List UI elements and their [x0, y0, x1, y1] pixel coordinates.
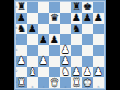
square-f5[interactable] — [71, 34, 82, 45]
square-f6[interactable]: ♞ — [71, 24, 82, 35]
square-b2[interactable]: ♝ — [27, 67, 38, 78]
square-g2[interactable]: ♟ — [82, 67, 93, 78]
black-pawn-piece: ♟ — [50, 35, 59, 45]
rank-coordinate-label: 7 — [16, 17, 18, 20]
white-pawn-piece: ♟ — [39, 56, 48, 66]
chess-board: ♜8♜♚♟7♛♟♟♟♞6♟♞5♟♟4♟♟3♟♟2♝♞♟♟♟♜1abc♛de♜f♚… — [16, 2, 104, 88]
square-a8[interactable]: ♜8 — [16, 2, 27, 13]
square-e4[interactable]: ♟ — [60, 45, 71, 56]
black-pawn-piece: ♟ — [72, 13, 81, 23]
black-king-piece: ♚ — [83, 2, 92, 12]
file-coordinate-label: h — [98, 86, 100, 89]
square-b5[interactable] — [27, 34, 38, 45]
black-pawn-piece: ♟ — [94, 13, 103, 23]
square-d4[interactable] — [49, 45, 60, 56]
square-d1[interactable]: ♛d — [49, 77, 60, 88]
white-pawn-piece: ♟ — [72, 67, 81, 77]
square-e1[interactable]: e — [60, 77, 71, 88]
square-e8[interactable] — [60, 2, 71, 13]
black-rook-piece: ♜ — [72, 2, 81, 12]
square-d3[interactable] — [49, 56, 60, 67]
black-rook-piece: ♜ — [17, 2, 26, 12]
square-d2[interactable] — [49, 67, 60, 78]
square-c6[interactable] — [38, 24, 49, 35]
black-pawn-piece: ♟ — [28, 24, 37, 34]
square-b7[interactable] — [27, 13, 38, 24]
square-g3[interactable] — [82, 56, 93, 67]
square-c1[interactable]: c — [38, 77, 49, 88]
square-h4[interactable] — [93, 45, 104, 56]
square-f8[interactable]: ♜ — [71, 2, 82, 13]
square-d6[interactable] — [49, 24, 60, 35]
rank-coordinate-label: 1 — [16, 81, 18, 84]
rank-coordinate-label: 2 — [16, 70, 18, 73]
square-a3[interactable]: ♟3 — [16, 56, 27, 67]
black-pawn-piece: ♟ — [39, 35, 48, 45]
square-a1[interactable]: ♜1a — [16, 77, 27, 88]
black-knight-piece: ♞ — [17, 24, 26, 34]
square-a4[interactable]: 4 — [16, 45, 27, 56]
square-a7[interactable]: ♟7 — [16, 13, 27, 24]
rank-coordinate-label: 3 — [16, 60, 18, 63]
file-coordinate-label: b — [32, 86, 34, 89]
square-h3[interactable] — [93, 56, 104, 67]
square-a5[interactable]: 5 — [16, 34, 27, 45]
square-h2[interactable]: ♟ — [93, 67, 104, 78]
square-b8[interactable] — [27, 2, 38, 13]
file-coordinate-label: g — [87, 86, 89, 89]
file-coordinate-label: e — [65, 86, 67, 89]
square-c5[interactable]: ♟ — [38, 34, 49, 45]
file-coordinate-label: a — [21, 86, 23, 89]
square-g5[interactable] — [82, 34, 93, 45]
board-margin-bottom — [15, 88, 105, 89]
square-c3[interactable]: ♟ — [38, 56, 49, 67]
square-a6[interactable]: ♞6 — [16, 24, 27, 35]
square-c8[interactable] — [38, 2, 49, 13]
square-h1[interactable]: h — [93, 77, 104, 88]
square-f4[interactable] — [71, 45, 82, 56]
white-pawn-piece: ♟ — [61, 45, 70, 55]
square-h5[interactable] — [93, 34, 104, 45]
file-coordinate-label: c — [43, 86, 45, 89]
white-pawn-piece: ♟ — [94, 67, 103, 77]
white-bishop-piece: ♝ — [28, 67, 37, 77]
square-b6[interactable]: ♟ — [27, 24, 38, 35]
rank-coordinate-label: 6 — [16, 27, 18, 30]
square-g6[interactable] — [82, 24, 93, 35]
white-pawn-piece: ♟ — [17, 56, 26, 66]
video-frame: { "game": "chess", "description": "Chess… — [0, 0, 120, 90]
square-g8[interactable]: ♚ — [82, 2, 93, 13]
square-d5[interactable]: ♟ — [49, 34, 60, 45]
square-h6[interactable] — [93, 24, 104, 35]
rank-coordinate-label: 8 — [16, 6, 18, 9]
file-coordinate-label: f — [76, 86, 77, 89]
square-d8[interactable] — [49, 2, 60, 13]
square-c7[interactable] — [38, 13, 49, 24]
square-e7[interactable] — [60, 13, 71, 24]
file-coordinate-label: d — [54, 86, 56, 89]
rank-coordinate-label: 4 — [16, 49, 18, 52]
square-e5[interactable] — [60, 34, 71, 45]
square-c4[interactable] — [38, 45, 49, 56]
square-f3[interactable] — [71, 56, 82, 67]
black-knight-piece: ♞ — [72, 24, 81, 34]
square-e3[interactable]: ♟ — [60, 56, 71, 67]
square-e6[interactable] — [60, 24, 71, 35]
rank-coordinate-label: 5 — [16, 38, 18, 41]
square-b3[interactable] — [27, 56, 38, 67]
black-queen-piece: ♛ — [50, 13, 59, 23]
square-d7[interactable]: ♛ — [49, 13, 60, 24]
square-g4[interactable] — [82, 45, 93, 56]
square-g1[interactable]: ♚g — [82, 77, 93, 88]
square-f7[interactable]: ♟ — [71, 13, 82, 24]
square-b1[interactable]: b — [27, 77, 38, 88]
square-h7[interactable]: ♟ — [93, 13, 104, 24]
black-pawn-piece: ♟ — [83, 13, 92, 23]
white-pawn-piece: ♟ — [61, 56, 70, 66]
black-pawn-piece: ♟ — [17, 13, 26, 23]
white-knight-piece: ♞ — [61, 67, 70, 77]
square-a2[interactable]: 2 — [16, 67, 27, 78]
square-b4[interactable] — [27, 45, 38, 56]
square-g7[interactable]: ♟ — [82, 13, 93, 24]
chess-board-frame: ♜8♜♚♟7♛♟♟♟♞6♟♞5♟♟4♟♟3♟♟2♝♞♟♟♟♜1abc♛de♜f♚… — [14, 0, 106, 90]
square-e2[interactable]: ♞ — [60, 67, 71, 78]
square-c2[interactable] — [38, 67, 49, 78]
square-f1[interactable]: ♜f — [71, 77, 82, 88]
white-pawn-piece: ♟ — [83, 67, 92, 77]
square-h8[interactable] — [93, 2, 104, 13]
square-f2[interactable]: ♟ — [71, 67, 82, 78]
